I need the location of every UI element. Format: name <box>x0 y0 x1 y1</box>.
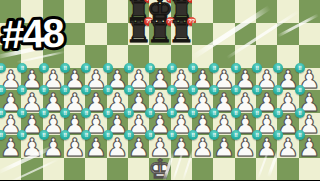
brilliant-badge: !! <box>167 63 177 73</box>
brilliant-badge: !! <box>252 85 262 95</box>
board-square[interactable] <box>21 0 42 23</box>
brilliant-badge: !! <box>60 108 70 118</box>
brilliant-badge: !! <box>295 108 305 118</box>
board-square[interactable] <box>21 23 42 46</box>
board-square[interactable] <box>299 0 320 23</box>
brilliant-badge: !! <box>103 85 113 95</box>
board-square[interactable] <box>43 158 64 181</box>
brilliant-badge: !! <box>231 108 241 118</box>
brilliant-badge: !! <box>17 63 27 73</box>
brilliant-badge: !! <box>145 63 155 73</box>
brilliant-badge: !! <box>124 130 134 140</box>
board-square[interactable] <box>256 23 277 46</box>
board-square[interactable] <box>107 158 128 181</box>
board-square[interactable] <box>85 158 106 181</box>
board-square[interactable] <box>213 0 234 23</box>
brilliant-badge: !! <box>295 130 305 140</box>
brilliant-badge: !! <box>188 85 198 95</box>
board-square[interactable] <box>277 158 298 181</box>
chess-board: ♜??♚??♜??♜??♜??♜??♟!!♟!!♟!!♟!!♟!!♟!!♟!!♟… <box>0 0 320 180</box>
board-square[interactable] <box>192 158 213 181</box>
brilliant-badge: !! <box>231 85 241 95</box>
board-square[interactable] <box>43 0 64 23</box>
board-square[interactable] <box>256 158 277 181</box>
brilliant-badge: !! <box>39 130 49 140</box>
board-square[interactable] <box>64 158 85 181</box>
board-square[interactable] <box>277 0 298 23</box>
brilliant-badge: !! <box>39 63 49 73</box>
brilliant-badge: !! <box>273 63 283 73</box>
brilliant-badge: !! <box>124 85 134 95</box>
brilliant-badge: !! <box>188 108 198 118</box>
board-square[interactable] <box>213 23 234 46</box>
brilliant-badge: !! <box>60 63 70 73</box>
board-square[interactable] <box>299 23 320 46</box>
brilliant-badge: !! <box>124 108 134 118</box>
white-king[interactable]: ♚ <box>148 155 172 180</box>
brilliant-badge: !! <box>103 63 113 73</box>
brilliant-badge: !! <box>231 130 241 140</box>
brilliant-badge: !! <box>81 63 91 73</box>
board-square[interactable] <box>171 158 192 181</box>
brilliant-badge: !! <box>252 130 262 140</box>
board-square[interactable] <box>85 0 106 23</box>
brilliant-badge: !! <box>273 108 283 118</box>
brilliant-badge: !! <box>295 63 305 73</box>
brilliant-badge: !! <box>188 130 198 140</box>
board-square[interactable] <box>256 0 277 23</box>
board-square[interactable] <box>0 0 21 23</box>
brilliant-badge: !! <box>209 63 219 73</box>
youtube-thumbnail: ♜??♚??♜??♜??♜??♜??♟!!♟!!♟!!♟!!♟!!♟!!♟!!♟… <box>0 0 320 180</box>
board-square[interactable]: ♟!! <box>299 135 320 158</box>
board-square[interactable] <box>43 23 64 46</box>
brilliant-badge: !! <box>60 85 70 95</box>
brilliant-badge: !! <box>17 108 27 118</box>
board-square[interactable] <box>235 23 256 46</box>
board-square[interactable] <box>213 158 234 181</box>
brilliant-badge: !! <box>167 108 177 118</box>
brilliant-badge: !! <box>81 108 91 118</box>
board-square[interactable]: ♚ <box>149 158 170 181</box>
board-square[interactable]: ♜?? <box>171 23 192 46</box>
brilliant-badge: !! <box>39 85 49 95</box>
brilliant-badge: !! <box>167 130 177 140</box>
board-square[interactable] <box>192 23 213 46</box>
brilliant-badge: !! <box>231 63 241 73</box>
board-square[interactable] <box>235 0 256 23</box>
brilliant-badge: !! <box>295 85 305 95</box>
board-square[interactable] <box>277 23 298 46</box>
brilliant-badge: !! <box>60 130 70 140</box>
board-square[interactable] <box>85 23 106 46</box>
brilliant-badge: !! <box>188 63 198 73</box>
board-square[interactable] <box>128 158 149 181</box>
brilliant-badge: !! <box>252 108 262 118</box>
brilliant-badge: !! <box>167 85 177 95</box>
board-square[interactable] <box>0 23 21 46</box>
brilliant-badge: !! <box>252 63 262 73</box>
board-square[interactable] <box>0 158 21 181</box>
board-square[interactable] <box>21 158 42 181</box>
board-square[interactable] <box>235 158 256 181</box>
brilliant-badge: !! <box>39 108 49 118</box>
brilliant-badge: !! <box>209 108 219 118</box>
board-square[interactable] <box>64 0 85 23</box>
brilliant-badge: !! <box>103 130 113 140</box>
brilliant-badge: !! <box>124 63 134 73</box>
brilliant-badge: !! <box>145 108 155 118</box>
board-square[interactable] <box>299 158 320 181</box>
brilliant-badge: !! <box>103 108 113 118</box>
board-square[interactable] <box>64 23 85 46</box>
